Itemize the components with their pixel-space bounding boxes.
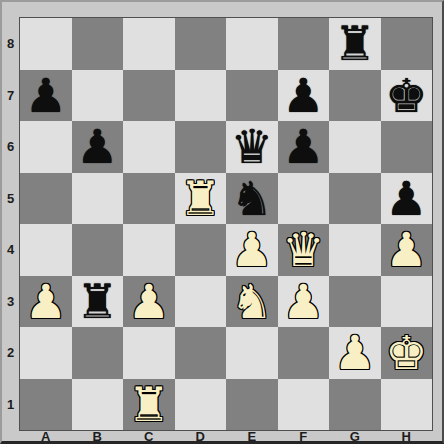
- square-f1[interactable]: [278, 379, 330, 431]
- square-b2[interactable]: [72, 327, 124, 379]
- square-g3[interactable]: [329, 276, 381, 328]
- square-d2[interactable]: [175, 327, 227, 379]
- rank-label-5: 5: [2, 173, 19, 225]
- black-king-icon: ♚: [385, 70, 427, 121]
- square-e5[interactable]: ♞: [226, 173, 278, 225]
- square-c4[interactable]: [123, 224, 175, 276]
- white-knight-icon: ♞: [231, 276, 273, 327]
- file-labels: A B C D E F G H: [20, 429, 432, 443]
- square-g2[interactable]: ♟: [329, 327, 381, 379]
- square-e7[interactable]: [226, 70, 278, 122]
- white-pawn-icon: ♟: [334, 327, 376, 378]
- square-f5[interactable]: [278, 173, 330, 225]
- rank-label-3: 3: [2, 276, 19, 328]
- square-d8[interactable]: [175, 18, 227, 70]
- square-c7[interactable]: [123, 70, 175, 122]
- square-a1[interactable]: [20, 379, 72, 431]
- white-rook-icon: ♜: [179, 173, 221, 224]
- square-c3[interactable]: ♟: [123, 276, 175, 328]
- square-d7[interactable]: [175, 70, 227, 122]
- square-g8[interactable]: ♜: [329, 18, 381, 70]
- square-g6[interactable]: [329, 121, 381, 173]
- square-h7[interactable]: ♚: [381, 70, 433, 122]
- square-g4[interactable]: [329, 224, 381, 276]
- square-h5[interactable]: ♟: [381, 173, 433, 225]
- square-g5[interactable]: [329, 173, 381, 225]
- black-pawn-icon: ♟: [76, 121, 118, 172]
- white-pawn-icon: ♟: [128, 276, 170, 327]
- black-rook-icon: ♜: [334, 18, 376, 69]
- file-label-b: B: [72, 429, 124, 444]
- file-label-c: C: [123, 429, 175, 444]
- square-h1[interactable]: [381, 379, 433, 431]
- file-label-d: D: [175, 429, 227, 444]
- square-b1[interactable]: [72, 379, 124, 431]
- square-a5[interactable]: [20, 173, 72, 225]
- square-h6[interactable]: [381, 121, 433, 173]
- rank-label-1: 1: [2, 379, 19, 431]
- chess-diagram: 8 7 6 5 4 3 2 1 ♜♟♟♚♟♛♟♜♞♟♟♛♟♟♜♟♞♟♟♚♜ A …: [0, 0, 444, 444]
- rank-label-8: 8: [2, 18, 19, 70]
- square-d4[interactable]: [175, 224, 227, 276]
- square-f7[interactable]: ♟: [278, 70, 330, 122]
- square-e2[interactable]: [226, 327, 278, 379]
- black-knight-icon: ♞: [231, 173, 273, 224]
- square-a3[interactable]: ♟: [20, 276, 72, 328]
- white-pawn-icon: ♟: [282, 276, 324, 327]
- square-c8[interactable]: [123, 18, 175, 70]
- square-f4[interactable]: ♛: [278, 224, 330, 276]
- square-b4[interactable]: [72, 224, 124, 276]
- square-b3[interactable]: ♜: [72, 276, 124, 328]
- square-a8[interactable]: [20, 18, 72, 70]
- square-b6[interactable]: ♟: [72, 121, 124, 173]
- file-label-e: E: [226, 429, 278, 444]
- rank-label-6: 6: [2, 121, 19, 173]
- square-a2[interactable]: [20, 327, 72, 379]
- chess-board: ♜♟♟♚♟♛♟♜♞♟♟♛♟♟♜♟♞♟♟♚♜: [19, 17, 433, 431]
- black-rook-icon: ♜: [76, 276, 118, 327]
- square-c5[interactable]: [123, 173, 175, 225]
- black-queen-icon: ♛: [231, 121, 273, 172]
- square-f2[interactable]: [278, 327, 330, 379]
- square-c1[interactable]: ♜: [123, 379, 175, 431]
- square-h4[interactable]: ♟: [381, 224, 433, 276]
- square-d1[interactable]: [175, 379, 227, 431]
- square-a4[interactable]: [20, 224, 72, 276]
- square-f3[interactable]: ♟: [278, 276, 330, 328]
- square-d5[interactable]: ♜: [175, 173, 227, 225]
- square-h2[interactable]: ♚: [381, 327, 433, 379]
- rank-label-4: 4: [2, 224, 19, 276]
- square-c2[interactable]: [123, 327, 175, 379]
- square-e8[interactable]: [226, 18, 278, 70]
- rank-label-2: 2: [2, 327, 19, 379]
- square-h3[interactable]: [381, 276, 433, 328]
- square-f6[interactable]: ♟: [278, 121, 330, 173]
- square-b7[interactable]: [72, 70, 124, 122]
- white-rook-icon: ♜: [128, 379, 170, 430]
- black-pawn-icon: ♟: [385, 173, 427, 224]
- black-pawn-icon: ♟: [282, 70, 324, 121]
- white-king-icon: ♚: [385, 327, 427, 378]
- square-h8[interactable]: [381, 18, 433, 70]
- square-c6[interactable]: [123, 121, 175, 173]
- white-queen-icon: ♛: [282, 224, 324, 275]
- black-pawn-icon: ♟: [25, 70, 67, 121]
- black-pawn-icon: ♟: [282, 121, 324, 172]
- white-pawn-icon: ♟: [385, 224, 427, 275]
- square-e4[interactable]: ♟: [226, 224, 278, 276]
- white-pawn-icon: ♟: [231, 224, 273, 275]
- square-f8[interactable]: [278, 18, 330, 70]
- file-label-g: G: [329, 429, 381, 444]
- rank-label-7: 7: [2, 70, 19, 122]
- square-e3[interactable]: ♞: [226, 276, 278, 328]
- square-a6[interactable]: [20, 121, 72, 173]
- square-a7[interactable]: ♟: [20, 70, 72, 122]
- square-e6[interactable]: ♛: [226, 121, 278, 173]
- square-e1[interactable]: [226, 379, 278, 431]
- square-d6[interactable]: [175, 121, 227, 173]
- square-g7[interactable]: [329, 70, 381, 122]
- file-label-h: H: [381, 429, 433, 444]
- square-b8[interactable]: [72, 18, 124, 70]
- square-g1[interactable]: [329, 379, 381, 431]
- file-label-a: A: [20, 429, 72, 444]
- white-pawn-icon: ♟: [25, 276, 67, 327]
- rank-labels: 8 7 6 5 4 3 2 1: [2, 18, 19, 430]
- square-d3[interactable]: [175, 276, 227, 328]
- file-label-f: F: [278, 429, 330, 444]
- square-b5[interactable]: [72, 173, 124, 225]
